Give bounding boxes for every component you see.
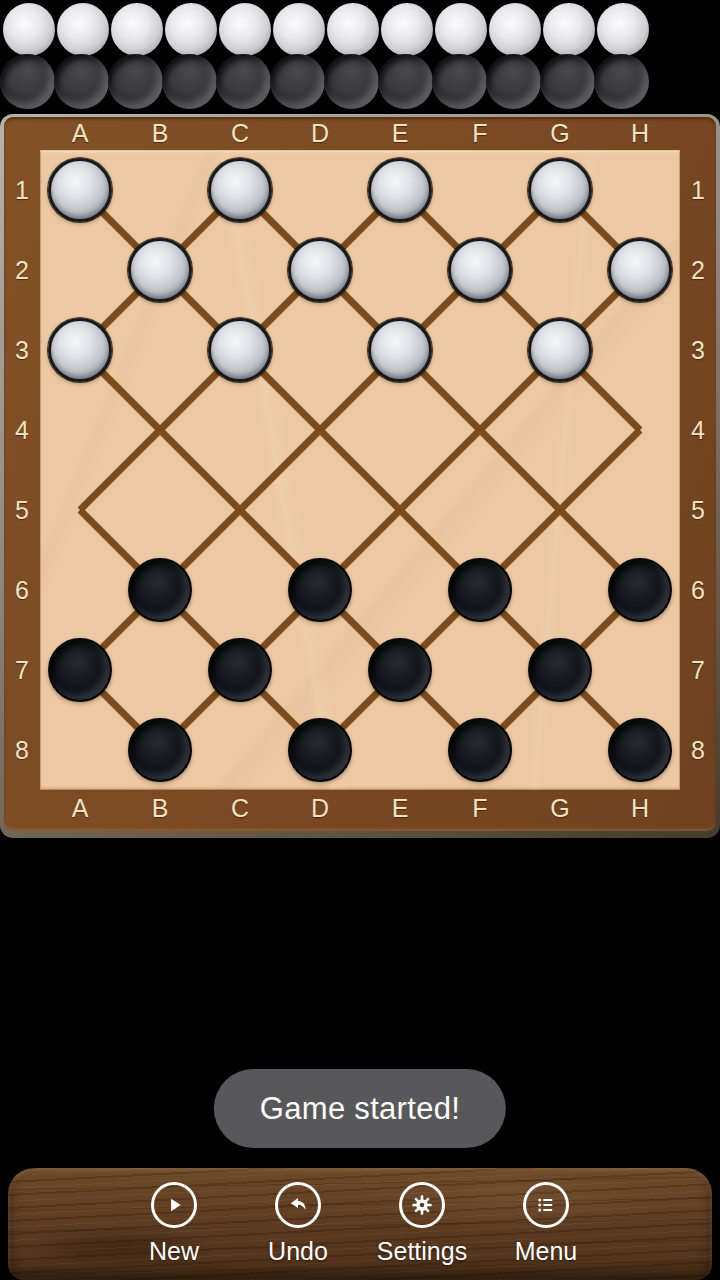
tray-piece-black <box>270 54 325 109</box>
undo-label: Undo <box>268 1237 328 1266</box>
piece-white-a1[interactable] <box>48 158 112 222</box>
undo-icon <box>275 1182 321 1228</box>
tray-piece-black <box>432 54 487 109</box>
piece-white-h2[interactable] <box>608 238 672 302</box>
row-label-right-8: 8 <box>680 710 716 790</box>
piece-black-b6[interactable] <box>128 558 192 622</box>
tray-piece-white <box>165 3 217 56</box>
tray-piece-black <box>486 54 541 109</box>
piece-black-h8[interactable] <box>608 718 672 782</box>
col-label-top-F: F <box>440 117 520 150</box>
col-label-top-B: B <box>120 117 200 150</box>
settings-label: Settings <box>377 1237 467 1266</box>
tray-piece-white <box>273 3 325 56</box>
col-label-top-A: A <box>40 117 120 150</box>
tray-piece-white <box>435 3 487 56</box>
captured-tray-white <box>3 3 651 56</box>
board-outer-bevel: AABBCCDDEEFFGGHH1122334455667788 <box>0 114 720 838</box>
tray-piece-black <box>378 54 433 109</box>
piece-black-f8[interactable] <box>448 718 512 782</box>
piece-white-g1[interactable] <box>528 158 592 222</box>
tray-piece-black <box>324 54 379 109</box>
board-diagonal-lines <box>40 150 680 790</box>
tray-piece-white <box>57 3 109 56</box>
row-label-right-6: 6 <box>680 550 716 630</box>
piece-white-c1[interactable] <box>208 158 272 222</box>
piece-white-f2[interactable] <box>448 238 512 302</box>
menu-button[interactable]: Menu <box>484 1182 608 1266</box>
row-label-left-4: 4 <box>4 390 40 470</box>
list-icon <box>523 1182 569 1228</box>
col-label-bottom-D: D <box>280 790 360 826</box>
row-label-right-2: 2 <box>680 230 716 310</box>
row-label-right-7: 7 <box>680 630 716 710</box>
tray-piece-white <box>327 3 379 56</box>
piece-black-b8[interactable] <box>128 718 192 782</box>
piece-white-d2[interactable] <box>288 238 352 302</box>
tray-piece-black <box>0 54 55 109</box>
app-screen: AABBCCDDEEFFGGHH1122334455667788 Game st… <box>0 0 720 1280</box>
toast-message: Game started! <box>214 1069 506 1148</box>
col-label-bottom-E: E <box>360 790 440 826</box>
col-label-bottom-H: H <box>600 790 680 826</box>
tray-piece-black <box>162 54 217 109</box>
captured-tray-black <box>0 54 648 109</box>
menu-label: Menu <box>515 1237 578 1266</box>
piece-black-g7[interactable] <box>528 638 592 702</box>
tray-piece-black <box>540 54 595 109</box>
piece-black-a7[interactable] <box>48 638 112 702</box>
tray-piece-white <box>381 3 433 56</box>
piece-white-c3[interactable] <box>208 318 272 382</box>
row-label-left-2: 2 <box>4 230 40 310</box>
tray-piece-white <box>219 3 271 56</box>
gear-icon <box>399 1182 445 1228</box>
row-label-right-4: 4 <box>680 390 716 470</box>
col-label-top-C: C <box>200 117 280 150</box>
piece-white-e1[interactable] <box>368 158 432 222</box>
tray-piece-white <box>3 3 55 56</box>
tray-piece-black <box>216 54 271 109</box>
row-label-right-5: 5 <box>680 470 716 550</box>
col-label-bottom-A: A <box>40 790 120 826</box>
bottom-toolbar: New Undo <box>8 1168 712 1280</box>
tray-piece-black <box>594 54 649 109</box>
row-label-right-3: 3 <box>680 310 716 390</box>
col-label-bottom-F: F <box>440 790 520 826</box>
new-game-label: New <box>149 1237 199 1266</box>
tray-piece-black <box>108 54 163 109</box>
col-label-top-G: G <box>520 117 600 150</box>
row-label-right-1: 1 <box>680 150 716 230</box>
piece-white-b2[interactable] <box>128 238 192 302</box>
undo-button[interactable]: Undo <box>236 1182 360 1266</box>
col-label-top-H: H <box>600 117 680 150</box>
piece-black-d6[interactable] <box>288 558 352 622</box>
piece-black-f6[interactable] <box>448 558 512 622</box>
settings-button[interactable]: Settings <box>360 1182 484 1266</box>
col-label-bottom-C: C <box>200 790 280 826</box>
board-frame: AABBCCDDEEFFGGHH1122334455667788 <box>4 117 716 831</box>
tray-piece-black <box>54 54 109 109</box>
row-label-left-1: 1 <box>4 150 40 230</box>
row-label-left-8: 8 <box>4 710 40 790</box>
piece-white-a3[interactable] <box>48 318 112 382</box>
piece-black-h6[interactable] <box>608 558 672 622</box>
row-label-left-5: 5 <box>4 470 40 550</box>
tray-piece-white <box>543 3 595 56</box>
col-label-bottom-B: B <box>120 790 200 826</box>
row-label-left-6: 6 <box>4 550 40 630</box>
row-label-left-3: 3 <box>4 310 40 390</box>
piece-black-d8[interactable] <box>288 718 352 782</box>
piece-black-e7[interactable] <box>368 638 432 702</box>
play-icon <box>151 1182 197 1228</box>
piece-black-c7[interactable] <box>208 638 272 702</box>
tray-piece-white <box>111 3 163 56</box>
tray-piece-white <box>597 3 649 56</box>
col-label-top-E: E <box>360 117 440 150</box>
row-label-left-7: 7 <box>4 630 40 710</box>
board-playing-field[interactable] <box>40 150 680 790</box>
piece-white-e3[interactable] <box>368 318 432 382</box>
col-label-bottom-G: G <box>520 790 600 826</box>
new-game-button[interactable]: New <box>112 1182 236 1266</box>
tray-piece-white <box>489 3 541 56</box>
piece-white-g3[interactable] <box>528 318 592 382</box>
col-label-top-D: D <box>280 117 360 150</box>
